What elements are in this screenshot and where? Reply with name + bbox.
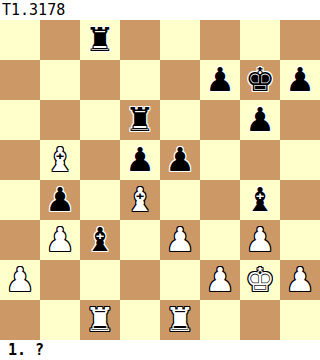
square-d7[interactable]: [120, 60, 160, 100]
piece-black-pawn: ♟: [125, 143, 155, 176]
piece-white-pawn: ♟: [45, 223, 75, 256]
piece-white-bishop: ♝: [45, 143, 75, 176]
square-g5[interactable]: [240, 140, 280, 180]
square-e6[interactable]: [160, 100, 200, 140]
square-e3[interactable]: ♟: [160, 220, 200, 260]
square-a5[interactable]: [0, 140, 40, 180]
square-d5[interactable]: ♟: [120, 140, 160, 180]
square-g8[interactable]: [240, 20, 280, 60]
square-e8[interactable]: [160, 20, 200, 60]
square-d6[interactable]: ♜: [120, 100, 160, 140]
chess-diagram: T1.3178 ♜♟♚♟♜♟♝♟♟♟♝♝♟♝♟♟♟♟♚♟♜♜ 1. ?: [0, 0, 320, 360]
square-a3[interactable]: [0, 220, 40, 260]
diagram-title: T1.3178: [0, 0, 320, 20]
square-f5[interactable]: [200, 140, 240, 180]
square-c6[interactable]: [80, 100, 120, 140]
square-g1[interactable]: [240, 300, 280, 340]
piece-white-rook: ♜: [85, 303, 115, 336]
square-d3[interactable]: [120, 220, 160, 260]
square-c2[interactable]: [80, 260, 120, 300]
square-g3[interactable]: ♟: [240, 220, 280, 260]
piece-black-bishop: ♝: [245, 183, 275, 216]
square-f4[interactable]: [200, 180, 240, 220]
square-a7[interactable]: [0, 60, 40, 100]
square-g7[interactable]: ♚: [240, 60, 280, 100]
square-a6[interactable]: [0, 100, 40, 140]
move-prompt: 1. ?: [0, 340, 320, 360]
square-d4[interactable]: ♝: [120, 180, 160, 220]
square-b5[interactable]: ♝: [40, 140, 80, 180]
square-h8[interactable]: [280, 20, 320, 60]
square-a8[interactable]: [0, 20, 40, 60]
piece-black-bishop: ♝: [85, 223, 115, 256]
square-c3[interactable]: ♝: [80, 220, 120, 260]
square-b4[interactable]: ♟: [40, 180, 80, 220]
square-c7[interactable]: [80, 60, 120, 100]
square-d2[interactable]: [120, 260, 160, 300]
square-e2[interactable]: [160, 260, 200, 300]
square-d8[interactable]: [120, 20, 160, 60]
square-a1[interactable]: [0, 300, 40, 340]
piece-black-pawn: ♟: [45, 183, 75, 216]
square-c5[interactable]: [80, 140, 120, 180]
square-a2[interactable]: ♟: [0, 260, 40, 300]
square-f8[interactable]: [200, 20, 240, 60]
square-f2[interactable]: ♟: [200, 260, 240, 300]
piece-black-rook: ♜: [85, 23, 115, 56]
square-d1[interactable]: [120, 300, 160, 340]
square-c8[interactable]: ♜: [80, 20, 120, 60]
square-b3[interactable]: ♟: [40, 220, 80, 260]
square-b6[interactable]: [40, 100, 80, 140]
square-h6[interactable]: [280, 100, 320, 140]
square-g4[interactable]: ♝: [240, 180, 280, 220]
square-f6[interactable]: [200, 100, 240, 140]
piece-black-pawn: ♟: [245, 103, 275, 136]
piece-black-pawn: ♟: [205, 63, 235, 96]
square-h1[interactable]: [280, 300, 320, 340]
square-c4[interactable]: [80, 180, 120, 220]
piece-white-pawn: ♟: [5, 263, 35, 296]
square-h4[interactable]: [280, 180, 320, 220]
square-g2[interactable]: ♚: [240, 260, 280, 300]
square-h2[interactable]: ♟: [280, 260, 320, 300]
square-c1[interactable]: ♜: [80, 300, 120, 340]
piece-white-pawn: ♟: [165, 223, 195, 256]
chess-board: ♜♟♚♟♜♟♝♟♟♟♝♝♟♝♟♟♟♟♚♟♜♜: [0, 20, 320, 340]
square-e5[interactable]: ♟: [160, 140, 200, 180]
square-a4[interactable]: [0, 180, 40, 220]
square-h3[interactable]: [280, 220, 320, 260]
square-b2[interactable]: [40, 260, 80, 300]
square-b7[interactable]: [40, 60, 80, 100]
square-e4[interactable]: [160, 180, 200, 220]
piece-white-bishop: ♝: [125, 183, 155, 216]
square-f3[interactable]: [200, 220, 240, 260]
square-f1[interactable]: [200, 300, 240, 340]
piece-white-pawn: ♟: [285, 263, 315, 296]
piece-black-king: ♚: [245, 63, 275, 96]
square-b8[interactable]: [40, 20, 80, 60]
square-g6[interactable]: ♟: [240, 100, 280, 140]
piece-white-rook: ♜: [165, 303, 195, 336]
piece-white-pawn: ♟: [205, 263, 235, 296]
square-f7[interactable]: ♟: [200, 60, 240, 100]
piece-white-king: ♚: [245, 263, 275, 296]
square-b1[interactable]: [40, 300, 80, 340]
piece-white-pawn: ♟: [245, 223, 275, 256]
square-h5[interactable]: [280, 140, 320, 180]
piece-black-rook: ♜: [125, 103, 155, 136]
square-e7[interactable]: [160, 60, 200, 100]
square-e1[interactable]: ♜: [160, 300, 200, 340]
square-h7[interactable]: ♟: [280, 60, 320, 100]
piece-black-pawn: ♟: [165, 143, 195, 176]
piece-black-pawn: ♟: [285, 63, 315, 96]
